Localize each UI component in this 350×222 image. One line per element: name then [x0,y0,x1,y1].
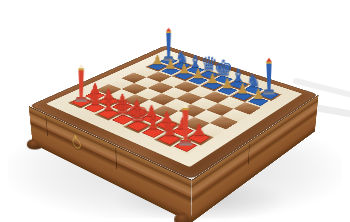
chess-set-photo-scene: ♞♝♛♚♝♞♟♟♟♟♟♟♟♟♟♟♟♟♟♟♟♟♞♝♛♚♝♞ [0,0,350,222]
drawer-seam [116,148,118,169]
drawer-seam [45,116,48,136]
drawer-ring-pull-icon [72,136,81,150]
blue-sphinx-pawn-glyph: ♟ [238,87,278,101]
drawer-seam [248,143,250,164]
